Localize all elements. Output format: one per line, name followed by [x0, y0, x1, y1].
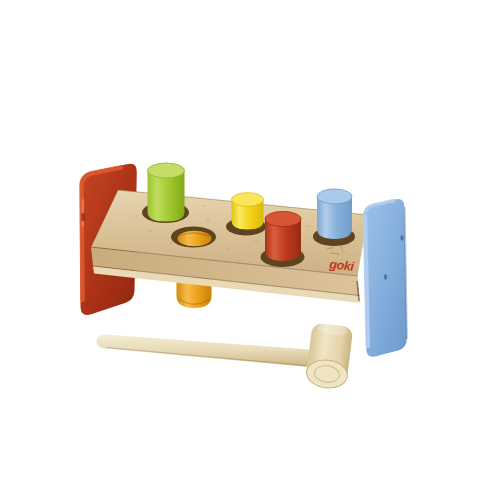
end-panel-blue-nail-hole-1	[401, 235, 404, 241]
end-panel-blue-edge-highlight	[365, 216, 368, 346]
mallet-head	[305, 321, 354, 390]
goki-logo: goki	[328, 257, 355, 274]
end-panel-red-nail-hole	[82, 213, 85, 221]
peg-red-top	[265, 211, 301, 226]
peg-yellow-top	[232, 193, 264, 207]
end-panel-blue-nail-hole-2	[384, 274, 387, 280]
hammer-bench-scene: goki	[0, 0, 500, 500]
product-photo: goki	[0, 0, 500, 500]
peg-green-top	[148, 163, 185, 178]
peg-blue-top	[317, 189, 352, 204]
end-panel-blue	[363, 199, 407, 357]
